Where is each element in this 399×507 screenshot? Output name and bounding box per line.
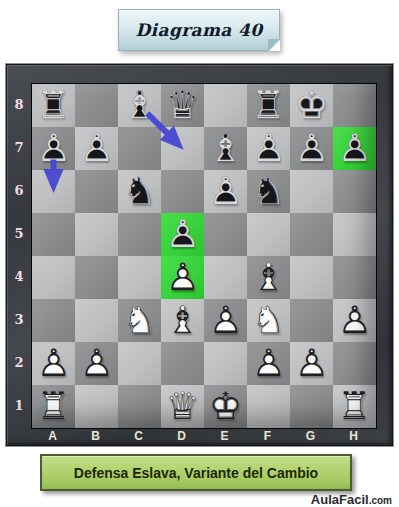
diagram-title-plaque: Diagrama 40 xyxy=(118,9,280,51)
piece-black-pawn: ♟♙ xyxy=(161,213,204,256)
page: Diagrama 40 87654321 ABCDEFGH ♜♖♝♗♛♕♜♖♚♔… xyxy=(0,0,399,507)
chess-board: ♜♖♝♗♛♕♜♖♚♔♟♙♟♙♝♗♟♙♟♙♟♙♞♘♟♙♞♘♟♙♟♙♝♗♞♘♝♗♟♙… xyxy=(31,83,377,429)
piece-black-knight: ♞♘ xyxy=(247,170,290,213)
piece-black-rook: ♜♖ xyxy=(247,84,290,127)
rank-label-6: 6 xyxy=(7,169,31,212)
square-b2[interactable]: ♟♙ xyxy=(75,342,118,385)
square-a6[interactable] xyxy=(32,170,75,213)
square-g5[interactable] xyxy=(290,213,333,256)
square-c2[interactable] xyxy=(118,342,161,385)
square-g4[interactable] xyxy=(290,256,333,299)
piece-white-pawn: ♟♙ xyxy=(290,342,333,385)
watermark-tld: .com xyxy=(369,495,392,506)
file-label-a: A xyxy=(31,428,74,445)
square-e4[interactable] xyxy=(204,256,247,299)
file-label-c: C xyxy=(117,428,160,445)
square-d2[interactable] xyxy=(161,342,204,385)
square-c1[interactable] xyxy=(118,385,161,428)
square-h8[interactable] xyxy=(333,84,376,127)
rank-label-3: 3 xyxy=(7,298,31,341)
file-label-g: G xyxy=(289,428,332,445)
watermark-brand: AulaFacil xyxy=(311,492,369,507)
piece-white-pawn: ♟♙ xyxy=(204,299,247,342)
square-e5[interactable] xyxy=(204,213,247,256)
piece-black-pawn: ♟♙ xyxy=(75,127,118,170)
square-h3[interactable]: ♟♙ xyxy=(333,299,376,342)
square-d5[interactable]: ♟♙ xyxy=(161,213,204,256)
square-f5[interactable] xyxy=(247,213,290,256)
piece-white-bishop: ♝♗ xyxy=(247,256,290,299)
square-g1[interactable] xyxy=(290,385,333,428)
piece-white-rook: ♜♖ xyxy=(333,385,376,428)
piece-black-pawn: ♟♙ xyxy=(204,170,247,213)
board-squares: ♜♖♝♗♛♕♜♖♚♔♟♙♟♙♝♗♟♙♟♙♟♙♞♘♟♙♞♘♟♙♟♙♝♗♞♘♝♗♟♙… xyxy=(32,84,376,428)
square-b1[interactable] xyxy=(75,385,118,428)
piece-black-pawn: ♟♙ xyxy=(247,127,290,170)
square-g3[interactable] xyxy=(290,299,333,342)
square-e2[interactable] xyxy=(204,342,247,385)
piece-black-king: ♚♔ xyxy=(290,84,333,127)
piece-black-pawn: ♟♙ xyxy=(32,127,75,170)
piece-white-queen: ♛♕ xyxy=(161,385,204,428)
square-g8[interactable]: ♚♔ xyxy=(290,84,333,127)
square-h6[interactable] xyxy=(333,170,376,213)
square-f7[interactable]: ♟♙ xyxy=(247,127,290,170)
square-a1[interactable]: ♜♖ xyxy=(32,385,75,428)
piece-black-pawn: ♟♙ xyxy=(333,127,376,170)
square-b8[interactable] xyxy=(75,84,118,127)
chess-board-frame: 87654321 ABCDEFGH ♜♖♝♗♛♕♜♖♚♔♟♙♟♙♝♗♟♙♟♙♟♙… xyxy=(6,64,393,446)
square-h4[interactable] xyxy=(333,256,376,299)
file-label-f: F xyxy=(246,428,289,445)
square-e8[interactable] xyxy=(204,84,247,127)
piece-white-pawn: ♟♙ xyxy=(75,342,118,385)
piece-white-pawn: ♟♙ xyxy=(161,256,204,299)
square-e7[interactable]: ♝♗ xyxy=(204,127,247,170)
rank-label-5: 5 xyxy=(7,212,31,255)
piece-white-pawn: ♟♙ xyxy=(32,342,75,385)
piece-white-pawn: ♟♙ xyxy=(247,342,290,385)
square-a5[interactable] xyxy=(32,213,75,256)
rank-label-1: 1 xyxy=(7,384,31,427)
square-a8[interactable]: ♜♖ xyxy=(32,84,75,127)
square-h7[interactable]: ♟♙ xyxy=(333,127,376,170)
piece-white-rook: ♜♖ xyxy=(32,385,75,428)
square-c8[interactable]: ♝♗ xyxy=(118,84,161,127)
square-c5[interactable] xyxy=(118,213,161,256)
square-c6[interactable]: ♞♘ xyxy=(118,170,161,213)
square-f3[interactable]: ♞♘ xyxy=(247,299,290,342)
piece-white-bishop: ♝♗ xyxy=(161,299,204,342)
file-label-e: E xyxy=(203,428,246,445)
square-d4[interactable]: ♟♙ xyxy=(161,256,204,299)
file-label-b: B xyxy=(74,428,117,445)
square-d6[interactable] xyxy=(161,170,204,213)
square-f2[interactable]: ♟♙ xyxy=(247,342,290,385)
square-f6[interactable]: ♞♘ xyxy=(247,170,290,213)
square-a7[interactable]: ♟♙ xyxy=(32,127,75,170)
square-a3[interactable] xyxy=(32,299,75,342)
file-label-d: D xyxy=(160,428,203,445)
rank-label-7: 7 xyxy=(7,126,31,169)
square-d7[interactable] xyxy=(161,127,204,170)
rank-label-4: 4 xyxy=(7,255,31,298)
square-d3[interactable]: ♝♗ xyxy=(161,299,204,342)
piece-black-queen: ♛♕ xyxy=(161,84,204,127)
piece-black-pawn: ♟♙ xyxy=(290,127,333,170)
diagram-title: Diagrama 40 xyxy=(135,20,262,40)
square-a4[interactable] xyxy=(32,256,75,299)
piece-white-pawn: ♟♙ xyxy=(333,299,376,342)
square-g7[interactable]: ♟♙ xyxy=(290,127,333,170)
square-f4[interactable]: ♝♗ xyxy=(247,256,290,299)
piece-black-knight: ♞♘ xyxy=(118,170,161,213)
square-g6[interactable] xyxy=(290,170,333,213)
square-b5[interactable] xyxy=(75,213,118,256)
square-d1[interactable]: ♛♕ xyxy=(161,385,204,428)
square-b3[interactable] xyxy=(75,299,118,342)
square-b4[interactable] xyxy=(75,256,118,299)
square-h2[interactable] xyxy=(333,342,376,385)
square-b7[interactable]: ♟♙ xyxy=(75,127,118,170)
opening-caption-box: Defensa Eslava, Variante del Cambio xyxy=(40,454,352,491)
square-g2[interactable]: ♟♙ xyxy=(290,342,333,385)
piece-white-king: ♚♔ xyxy=(204,385,247,428)
square-e3[interactable]: ♟♙ xyxy=(204,299,247,342)
square-b6[interactable] xyxy=(75,170,118,213)
square-c3[interactable]: ♞♘ xyxy=(118,299,161,342)
piece-black-bishop: ♝♗ xyxy=(118,84,161,127)
square-f8[interactable]: ♜♖ xyxy=(247,84,290,127)
opening-caption: Defensa Eslava, Variante del Cambio xyxy=(74,465,318,481)
square-a2[interactable]: ♟♙ xyxy=(32,342,75,385)
piece-black-bishop: ♝♗ xyxy=(204,127,247,170)
rank-label-2: 2 xyxy=(7,341,31,384)
piece-white-knight: ♞♘ xyxy=(247,299,290,342)
square-h1[interactable]: ♜♖ xyxy=(333,385,376,428)
piece-white-knight: ♞♘ xyxy=(118,299,161,342)
square-c4[interactable] xyxy=(118,256,161,299)
square-e1[interactable]: ♚♔ xyxy=(204,385,247,428)
square-h5[interactable] xyxy=(333,213,376,256)
square-c7[interactable] xyxy=(118,127,161,170)
square-d8[interactable]: ♛♕ xyxy=(161,84,204,127)
rank-label-8: 8 xyxy=(7,83,31,126)
square-f1[interactable] xyxy=(247,385,290,428)
file-label-h: H xyxy=(332,428,375,445)
piece-black-rook: ♜♖ xyxy=(32,84,75,127)
site-watermark: AulaFacil.com xyxy=(311,490,392,507)
square-e6[interactable]: ♟♙ xyxy=(204,170,247,213)
